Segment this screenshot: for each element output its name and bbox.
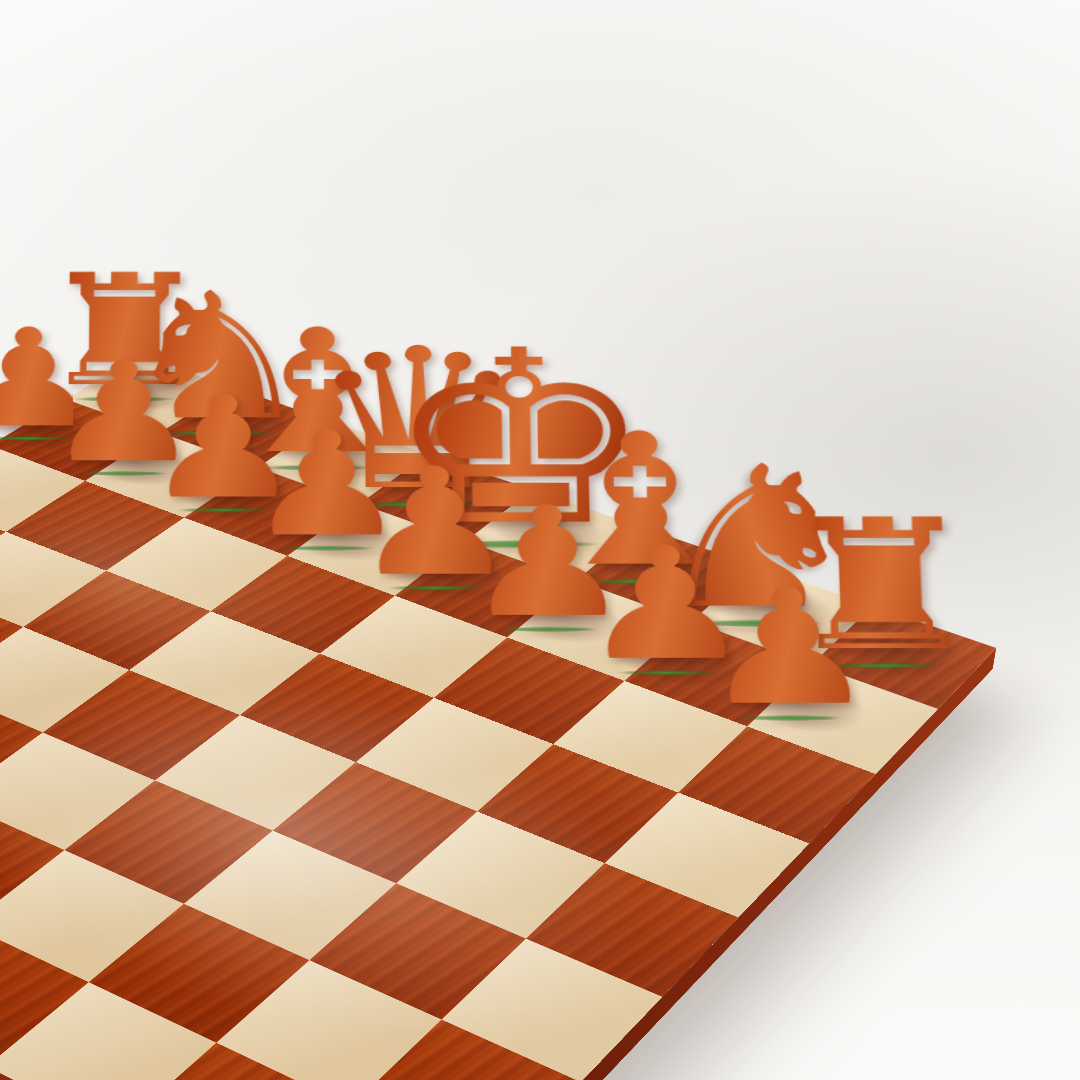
pawn-glyph: ♟	[367, 568, 1080, 727]
board-3d-wrap: ♜♞♝♛♚♝♞♜♟♟♟♟♟♟♟♟	[0, 355, 996, 1080]
product-photo-scene: ♜♞♝♛♚♝♞♜♟♟♟♟♟♟♟♟	[0, 0, 1080, 1080]
chess-board: ♜♞♝♛♚♝♞♜♟♟♟♟♟♟♟♟	[0, 355, 996, 1080]
